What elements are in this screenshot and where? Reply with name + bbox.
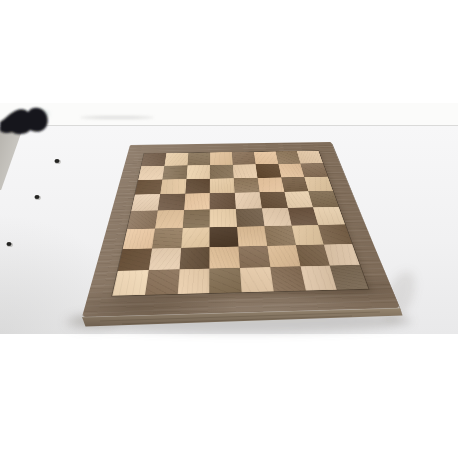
board-square[interactable] bbox=[259, 192, 287, 209]
board-square[interactable] bbox=[234, 178, 260, 193]
board-square[interactable] bbox=[304, 176, 333, 191]
board-square[interactable] bbox=[182, 209, 209, 227]
board-square[interactable] bbox=[210, 268, 242, 293]
bench-hole bbox=[55, 159, 60, 163]
board-square[interactable] bbox=[187, 152, 210, 165]
board-square[interactable] bbox=[185, 178, 210, 193]
board-square[interactable] bbox=[309, 191, 339, 207]
board-square[interactable] bbox=[236, 208, 264, 226]
board-square[interactable] bbox=[149, 248, 181, 271]
board-square[interactable] bbox=[210, 165, 234, 179]
board-square[interactable] bbox=[158, 194, 185, 211]
board-square[interactable] bbox=[210, 227, 239, 247]
board-grid bbox=[112, 151, 368, 296]
board-square[interactable] bbox=[138, 166, 164, 180]
board-square[interactable] bbox=[152, 228, 183, 248]
board-square[interactable] bbox=[184, 193, 210, 210]
board-square[interactable] bbox=[267, 245, 300, 267]
board-square[interactable] bbox=[264, 225, 295, 245]
board-square[interactable] bbox=[313, 207, 345, 225]
clamp-object bbox=[0, 108, 48, 134]
board-square[interactable] bbox=[164, 153, 188, 166]
board-square[interactable] bbox=[135, 179, 162, 194]
board-square[interactable] bbox=[255, 164, 280, 178]
board-square[interactable] bbox=[257, 177, 284, 192]
board-square[interactable] bbox=[232, 152, 256, 165]
board-square[interactable] bbox=[235, 192, 262, 209]
bench-hole bbox=[7, 242, 12, 246]
board-square[interactable] bbox=[177, 269, 209, 294]
board-square[interactable] bbox=[300, 163, 327, 177]
board-square[interactable] bbox=[238, 246, 270, 268]
board-square[interactable] bbox=[254, 151, 278, 164]
board-square[interactable] bbox=[118, 248, 152, 271]
board-square[interactable] bbox=[127, 210, 157, 229]
board-square[interactable] bbox=[297, 151, 323, 164]
board-square[interactable] bbox=[210, 152, 233, 165]
board-square[interactable] bbox=[179, 247, 210, 270]
bench-hole bbox=[35, 195, 40, 199]
screenshot bbox=[0, 0, 458, 458]
board-square[interactable] bbox=[123, 228, 155, 248]
board-square[interactable] bbox=[112, 270, 148, 296]
board-square[interactable] bbox=[145, 269, 179, 294]
board-square[interactable] bbox=[330, 265, 368, 290]
board-square[interactable] bbox=[155, 210, 184, 228]
board-square[interactable] bbox=[210, 178, 235, 193]
bench-holes bbox=[7, 159, 61, 247]
board-square[interactable] bbox=[160, 179, 186, 194]
board-square[interactable] bbox=[181, 227, 210, 247]
board-square[interactable] bbox=[233, 164, 258, 178]
board-square[interactable] bbox=[141, 153, 166, 166]
board-square[interactable] bbox=[210, 193, 236, 210]
board-square[interactable] bbox=[318, 224, 352, 244]
board-square[interactable] bbox=[210, 246, 240, 269]
board-square[interactable] bbox=[237, 226, 267, 246]
board-square[interactable] bbox=[131, 194, 160, 211]
board-square[interactable] bbox=[240, 267, 274, 292]
board-square[interactable] bbox=[324, 244, 360, 266]
board-square[interactable] bbox=[262, 208, 292, 226]
board-square[interactable] bbox=[186, 165, 210, 179]
board-square[interactable] bbox=[162, 165, 187, 179]
board-square[interactable] bbox=[210, 209, 237, 227]
